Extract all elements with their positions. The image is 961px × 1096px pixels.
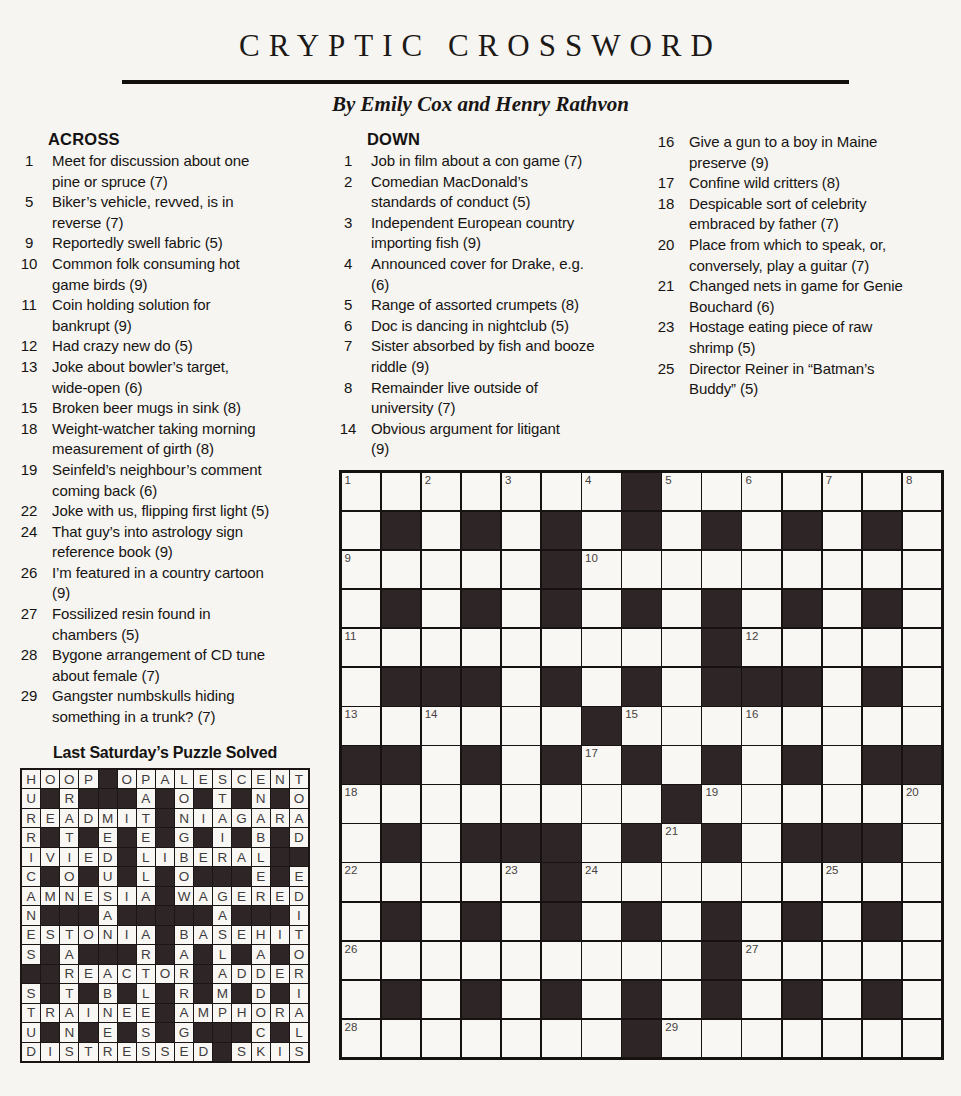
solved-cell-r11c8: O [156,965,174,983]
cell-r2c12 [783,512,822,550]
solved-cell-r4c1: R [22,828,40,846]
cell-r5c4[interactable] [462,629,501,667]
solved-cell-r15c8: S [156,1043,174,1061]
cell-r3c1[interactable]: 9 [342,551,381,589]
solved-cell-r9c12: E [232,926,250,944]
solved-cell-r1c12: C [232,770,250,788]
cell-r14c1[interactable] [342,981,381,1019]
cell-r12c15[interactable] [903,903,942,941]
cell-r10c2 [382,824,421,862]
solved-cell-r13c10: M [194,1004,212,1022]
solved-cell-r13c9: A [175,1004,193,1022]
down-column: DOWN 1Job in film about a con game (7)2C… [337,130,633,460]
cell-r11c3[interactable] [422,863,461,901]
cell-r11c9[interactable] [662,863,701,901]
cell-r5c6[interactable] [542,629,581,667]
solved-cell-r11c11: A [213,965,231,983]
cell-r1c5[interactable]: 3 [502,473,541,511]
cell-r9c13[interactable] [823,785,862,823]
solved-cell-r13c14: R [271,1004,289,1022]
cell-r13c4[interactable] [462,942,501,980]
cell-r4c1[interactable] [342,590,381,628]
cell-r13c2[interactable] [382,942,421,980]
cell-r11c13[interactable]: 25 [823,863,862,901]
cell-r7c8[interactable]: 15 [622,707,661,745]
cell-r7c10[interactable] [702,707,741,745]
solved-cell-r8c9 [175,906,193,924]
solved-cell-r3c10: I [194,809,212,827]
cell-r8c9[interactable] [662,746,701,784]
cell-r5c2[interactable] [382,629,421,667]
solved-cell-r4c5: E [99,828,117,846]
clue-number: 3 [337,213,359,234]
cell-r5c13[interactable] [823,629,862,667]
cell-r13c9[interactable] [662,942,701,980]
solved-cell-r1c5 [99,770,117,788]
cell-r13c5[interactable] [502,942,541,980]
clue-text: Seinfeld’s neighbour’s comment coming ba… [52,460,320,501]
cell-r12c5[interactable] [502,903,541,941]
solved-cell-r7c11: G [213,887,231,905]
page-title: CRYPTIC CROSSWORD [0,28,961,64]
across-clue-18: 18Weight-watcher taking morning measurem… [18,419,320,460]
cell-r9c6[interactable] [542,785,581,823]
solved-cell-r14c14 [271,1023,289,1041]
cell-r11c7[interactable]: 24 [582,863,621,901]
cell-r12c11[interactable] [742,903,781,941]
cell-r3c14[interactable] [863,551,902,589]
solved-cell-r7c7: A [137,887,155,905]
cell-r5c14[interactable] [863,629,902,667]
cell-r3c12[interactable] [783,551,822,589]
cell-r1c7[interactable]: 4 [582,473,621,511]
solved-cell-r3c14: R [271,809,289,827]
cell-r1c10[interactable] [702,473,741,511]
solved-cell-r13c7: E [137,1004,155,1022]
cell-r12c1[interactable] [342,903,381,941]
cell-r7c6[interactable] [542,707,581,745]
cell-r1c14[interactable] [863,473,902,511]
cell-r3c8[interactable] [622,551,661,589]
cell-r7c5[interactable] [502,707,541,745]
cell-r4c11[interactable] [742,590,781,628]
solved-heading: Last Saturday’s Puzzle Solved [20,744,310,762]
solved-cell-r5c12: A [232,848,250,866]
solved-cell-r13c3: A [60,1004,78,1022]
solved-cell-r3c15: A [290,809,308,827]
solved-cell-r5c2: V [41,848,59,866]
cell-r13c10 [702,942,741,980]
across-clue-29: 29Gangster numbskulls hiding something i… [18,686,320,727]
cell-r8c7[interactable]: 17 [582,746,621,784]
solved-cell-r9c3: T [60,926,78,944]
solved-cell-r10c1: S [22,945,40,963]
cell-r13c12[interactable] [783,942,822,980]
cell-r1c4[interactable] [462,473,501,511]
cell-r14c3[interactable] [422,981,461,1019]
solved-cell-r15c14: I [271,1043,289,1061]
solved-cell-r15c1: D [22,1043,40,1061]
cell-r2c7[interactable] [582,512,621,550]
cell-r13c7[interactable] [582,942,621,980]
cell-r3c6 [542,551,581,589]
cell-r5c3[interactable] [422,629,461,667]
solved-cell-r2c7: A [137,789,155,807]
cell-r6c5[interactable] [502,668,541,706]
cell-r11c12[interactable] [783,863,822,901]
cell-r6c11 [742,668,781,706]
cell-r15c10[interactable] [702,1020,741,1058]
grid-clue-number: 10 [585,552,598,565]
cell-r5c9[interactable] [662,629,701,667]
grid-clue-number: 7 [826,474,832,487]
cell-r9c14[interactable] [863,785,902,823]
solved-cell-r7c4: E [79,887,97,905]
cell-r13c8[interactable] [622,942,661,980]
cell-r11c1[interactable]: 22 [342,863,381,901]
cell-r7c9[interactable] [662,707,701,745]
solved-cell-r3c3: A [60,809,78,827]
solved-cell-r5c10: E [194,848,212,866]
cell-r6c13[interactable] [823,668,862,706]
cell-r15c7[interactable] [582,1020,621,1058]
across-clue-22: 22Joke with us, flipping first light (5) [18,501,320,522]
solved-cell-r11c14: E [271,965,289,983]
cell-r1c3[interactable]: 2 [422,473,461,511]
cell-r15c4[interactable] [462,1020,501,1058]
solved-cell-r8c6 [118,906,136,924]
cell-r5c7[interactable] [582,629,621,667]
cell-r11c2[interactable] [382,863,421,901]
solved-cell-r13c11: P [213,1004,231,1022]
cell-r7c15[interactable] [903,707,942,745]
cell-r6c9[interactable] [662,668,701,706]
cell-r14c4 [462,981,501,1019]
cell-r9c12[interactable] [783,785,822,823]
cell-r13c6[interactable] [542,942,581,980]
solved-cell-r12c3: T [60,984,78,1002]
cell-r1c2[interactable] [382,473,421,511]
cell-r7c2[interactable] [382,707,421,745]
cell-r7c3[interactable]: 14 [422,707,461,745]
cell-r4c5[interactable] [502,590,541,628]
cell-r12c13[interactable] [823,903,862,941]
cell-r1c11[interactable]: 6 [742,473,781,511]
grid-clue-number: 22 [345,864,358,877]
cell-r10c11[interactable] [742,824,781,862]
cell-r9c5[interactable] [502,785,541,823]
cell-r6c8 [622,668,661,706]
solved-cell-r12c1: S [22,984,40,1002]
solved-cell-r9c5: N [99,926,117,944]
cell-r4c15[interactable] [903,590,942,628]
cell-r10c15[interactable] [903,824,942,862]
clue-number: 9 [18,233,40,254]
solved-cell-r10c14 [271,945,289,963]
cell-r5c11[interactable]: 12 [742,629,781,667]
solved-cell-r13c13: O [252,1004,270,1022]
down-clue-20: 20Place from which to speak, or, convers… [655,235,958,276]
cell-r12c7[interactable] [582,903,621,941]
cell-r10c1[interactable] [342,824,381,862]
cell-r8c2 [382,746,421,784]
clue-number: 5 [337,295,359,316]
cell-r3c2[interactable] [382,551,421,589]
cell-r8c11[interactable] [742,746,781,784]
solved-cell-r11c15: R [290,965,308,983]
cell-r3c11[interactable] [742,551,781,589]
solved-cell-r6c15: E [290,867,308,885]
solved-cell-r11c2 [41,965,59,983]
cell-r2c3[interactable] [422,512,461,550]
across-clue-list: 1Meet for discussion about one pine or s… [18,151,320,728]
cell-r11c15[interactable] [903,863,942,901]
cell-r3c3[interactable] [422,551,461,589]
cell-r2c9[interactable] [662,512,701,550]
cell-r15c9[interactable]: 29 [662,1020,701,1058]
cell-r6c3 [422,668,461,706]
solved-cell-r12c11: M [213,984,231,1002]
cell-r9c4[interactable] [462,785,501,823]
clue-text: Common folk consuming hot game birds (9) [52,254,320,295]
clue-text: Comedian MacDonald’s standards of conduc… [371,172,633,213]
clue-number: 25 [655,359,677,380]
grid-clue-number: 9 [345,552,351,565]
cell-r15c6[interactable] [542,1020,581,1058]
cell-r3c9[interactable] [662,551,701,589]
cell-r9c11[interactable] [742,785,781,823]
cell-r5c12[interactable] [783,629,822,667]
cell-r12c9[interactable] [662,903,701,941]
cell-r9c8[interactable] [622,785,661,823]
clue-text: Weight-watcher taking morning measuremen… [52,419,320,460]
solved-cell-r15c4: T [79,1043,97,1061]
solved-cell-r15c7: S [137,1043,155,1061]
solved-cell-r5c3: I [60,848,78,866]
solved-cell-r14c5: E [99,1023,117,1041]
solved-cell-r15c5: R [99,1043,117,1061]
clue-text: Meet for discussion about one pine or sp… [52,151,320,192]
solved-cell-r2c2 [41,789,59,807]
cell-r7c12[interactable] [783,707,822,745]
cell-r1c13[interactable]: 7 [823,473,862,511]
cell-r13c13[interactable] [823,942,862,980]
cell-r10c7[interactable] [582,824,621,862]
solved-cell-r8c5: A [99,906,117,924]
down-clue-list: 1Job in film about a con game (7)2Comedi… [337,151,633,460]
solved-cell-r2c15: O [290,789,308,807]
solved-cell-r8c15: I [290,906,308,924]
clue-number: 21 [655,276,677,297]
cell-r3c4[interactable] [462,551,501,589]
cell-r11c10[interactable] [702,863,741,901]
down-clue-7: 7Sister absorbed by fish and booze riddl… [337,336,633,377]
cell-r1c1[interactable]: 1 [342,473,381,511]
cell-r6c15[interactable] [903,668,942,706]
cell-r5c15[interactable] [903,629,942,667]
cell-r14c7[interactable] [582,981,621,1019]
solved-cell-r12c12 [232,984,250,1002]
down-clue-8: 8Remainder live outside of university (7… [337,378,633,419]
cell-r8c13[interactable] [823,746,862,784]
solved-cell-r2c4 [79,789,97,807]
solved-cell-r5c14 [271,848,289,866]
cell-r3c5[interactable] [502,551,541,589]
grid-clue-number: 13 [345,708,358,721]
solved-cell-r9c11: S [213,926,231,944]
cell-r10c3[interactable] [422,824,461,862]
cell-r14c15[interactable] [903,981,942,1019]
cell-r4c13[interactable] [823,590,862,628]
cell-r12c8 [622,903,661,941]
cell-r11c4[interactable] [462,863,501,901]
cell-r7c13[interactable] [823,707,862,745]
cell-r1c12[interactable] [783,473,822,511]
across-clue-12: 12Had crazy new do (5) [18,336,320,357]
cell-r8c1 [342,746,381,784]
cell-r15c11[interactable] [742,1020,781,1058]
solved-cell-r11c10 [194,965,212,983]
cell-r12c3[interactable] [422,903,461,941]
cell-r11c5[interactable]: 23 [502,863,541,901]
clue-text: Reportedly swell fabric (5) [52,233,320,254]
solved-cell-r1c3: O [60,770,78,788]
cell-r2c4 [462,512,501,550]
across-clue-15: 15Broken beer mugs in sink (8) [18,398,320,419]
cell-r3c7[interactable]: 10 [582,551,621,589]
cell-r15c3[interactable] [422,1020,461,1058]
cell-r15c2[interactable] [382,1020,421,1058]
cell-r4c7[interactable] [582,590,621,628]
cell-r14c11[interactable] [742,981,781,1019]
solved-cell-r8c1: N [22,906,40,924]
cell-r7c14[interactable] [863,707,902,745]
cell-r2c8 [622,512,661,550]
clue-number: 18 [18,419,40,440]
solved-cell-r6c13: E [252,867,270,885]
cell-r6c7[interactable] [582,668,621,706]
cell-r1c15[interactable]: 8 [903,473,942,511]
cell-r11c14[interactable] [863,863,902,901]
clue-text: Changed nets in game for Genie Bouchard … [689,276,958,317]
cell-r5c5[interactable] [502,629,541,667]
solved-cell-r8c4 [79,906,97,924]
cell-r2c13[interactable] [823,512,862,550]
cell-r14c9[interactable] [662,981,701,1019]
clue-text: Despicable sort of celebrity embraced by… [689,194,958,235]
solved-cell-r2c13: N [252,789,270,807]
clue-number: 18 [655,194,677,215]
solved-cell-r8c3 [60,906,78,924]
cell-r14c13[interactable] [823,981,862,1019]
solved-cell-r2c8 [156,789,174,807]
cell-r9c7[interactable] [582,785,621,823]
clue-number: 12 [18,336,40,357]
solved-cell-r15c6: E [118,1043,136,1061]
cell-r8c4 [462,746,501,784]
down-clue-25: 25Director Reiner in “Batman’s Buddy” (5… [655,359,958,400]
cell-r14c8 [622,981,661,1019]
cell-r7c1[interactable]: 13 [342,707,381,745]
cell-r1c6[interactable] [542,473,581,511]
cell-r7c11[interactable]: 16 [742,707,781,745]
cell-r10c9[interactable]: 21 [662,824,701,862]
cell-r3c15[interactable] [903,551,942,589]
solved-cell-r10c9: A [175,945,193,963]
cell-r9c3[interactable] [422,785,461,823]
solved-cell-r3c11: A [213,809,231,827]
solved-cell-r4c3: T [60,828,78,846]
cell-r9c1[interactable]: 18 [342,785,381,823]
cell-r5c8[interactable] [622,629,661,667]
across-clue-10: 10Common folk consuming hot game birds (… [18,254,320,295]
cell-r13c3[interactable] [422,942,461,980]
cell-r5c1[interactable]: 11 [342,629,381,667]
cell-r4c9[interactable] [662,590,701,628]
cell-r15c14[interactable] [863,1020,902,1058]
solved-cell-r12c2 [41,984,59,1002]
clue-text: Bygone arrangement of CD tune about fema… [52,645,320,686]
cell-r15c13[interactable] [823,1020,862,1058]
cell-r15c12[interactable] [783,1020,822,1058]
cell-r9c10[interactable]: 19 [702,785,741,823]
solved-cell-r10c13: A [252,945,270,963]
cell-r14c6 [542,981,581,1019]
cell-r14c5[interactable] [502,981,541,1019]
cell-r8c3[interactable] [422,746,461,784]
cell-r13c14[interactable] [863,942,902,980]
solved-cell-r6c12 [232,867,250,885]
cell-r8c5[interactable] [502,746,541,784]
cell-r11c11[interactable] [742,863,781,901]
cell-r3c13[interactable] [823,551,862,589]
cell-r15c5[interactable] [502,1020,541,1058]
cell-r2c11[interactable] [742,512,781,550]
cell-r13c11[interactable]: 27 [742,942,781,980]
clue-text: Joke with us, flipping first light (5) [52,501,320,522]
cell-r2c1[interactable] [342,512,381,550]
cell-r2c15[interactable] [903,512,942,550]
solved-cell-r11c5: A [99,965,117,983]
down-clue-list-continued: 16Give a gun to a boy in Maine preserve … [655,132,958,400]
solved-cell-r6c5: U [99,867,117,885]
cell-r2c5[interactable] [502,512,541,550]
cell-r9c15[interactable]: 20 [903,785,942,823]
cell-r6c1[interactable] [342,668,381,706]
solved-cell-r5c1: I [22,848,40,866]
cell-r9c2[interactable] [382,785,421,823]
cell-r13c15[interactable] [903,942,942,980]
cell-r2c14 [863,512,902,550]
solved-cell-r3c4: D [79,809,97,827]
solved-cell-r4c15: D [290,828,308,846]
cell-r15c15[interactable] [903,1020,942,1058]
cell-r7c4[interactable] [462,707,501,745]
page: CRYPTIC CROSSWORD By Emily Cox and Henry… [0,0,961,1096]
grid-clue-number: 25 [826,864,839,877]
cell-r4c3[interactable] [422,590,461,628]
cell-r1c9[interactable]: 5 [662,473,701,511]
clue-number: 27 [18,604,40,625]
cell-r11c8[interactable] [622,863,661,901]
cell-r3c10[interactable] [702,551,741,589]
cell-r8c15 [903,746,942,784]
cell-r13c1[interactable]: 26 [342,942,381,980]
clue-number: 4 [337,254,359,275]
cell-r15c1[interactable]: 28 [342,1020,381,1058]
solved-cell-r2c1: U [22,789,40,807]
grid-clue-number: 11 [345,630,357,643]
